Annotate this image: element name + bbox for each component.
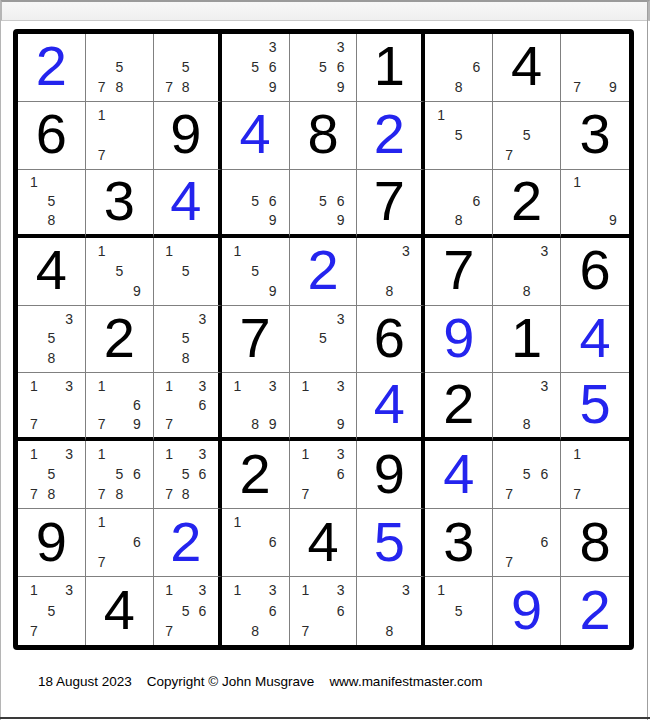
candidate-8: 8 [177,484,194,504]
footer: 18 August 2023 Copyright © John Musgrave… [38,674,482,689]
cell-r1c5[interactable]: 3569 [290,34,358,102]
candidate-8: 8 [518,281,536,301]
cell-r4c7[interactable]: 7 [425,238,493,306]
candidate-5: 5 [246,261,264,281]
cell-r9c6[interactable]: 38 [357,577,425,645]
cell-r5c8[interactable]: 1 [493,306,561,374]
candidate-6: 6 [332,464,350,484]
cell-r3c5[interactable]: 569 [290,170,358,238]
cell-r3c6[interactable]: 7 [357,170,425,238]
candidate-9: 9 [332,211,350,230]
cell-r5c2[interactable]: 2 [86,306,154,374]
candidate-5: 5 [450,600,468,620]
candidate-grid: 1389 [222,373,289,437]
cell-r5c4[interactable]: 7 [222,306,290,374]
candidate-grid: 35 [290,306,357,373]
candidate-1: 1 [25,376,43,395]
cell-r8c3[interactable]: 2 [154,509,222,577]
cell-r6c5[interactable]: 139 [290,373,358,441]
cell-r6c6[interactable]: 4 [357,373,425,441]
candidate-1: 1 [229,512,247,532]
candidate-3: 3 [264,37,282,57]
candidate-7: 7 [500,552,518,572]
candidate-7: 7 [568,484,586,504]
candidate-7: 7 [93,414,111,433]
cell-r3c9[interactable]: 19 [561,170,629,238]
cell-r2c1[interactable]: 6 [18,102,86,170]
cell-value: 4 [240,106,271,162]
candidate-1: 1 [25,173,43,192]
candidate-1: 1 [93,105,111,125]
cell-value: 2 [240,446,271,502]
cell-value: 4 [511,38,542,94]
cell-r2c7[interactable]: 15 [425,102,493,170]
candidate-6: 6 [332,57,350,77]
footer-website: www.manifestmaster.com [329,674,482,689]
cell-r5c5[interactable]: 35 [290,306,358,374]
window-bottom-edge [0,717,650,719]
cell-value: 4 [374,376,405,432]
cell-r4c6[interactable]: 38 [357,238,425,306]
candidate-1: 1 [161,241,178,261]
candidate-8: 8 [111,77,129,97]
candidate-5: 5 [43,192,61,211]
cell-r1c8[interactable]: 4 [493,34,561,102]
candidate-grid: 137 [18,373,85,437]
candidate-grid: 13567 [154,577,218,645]
candidate-grid: 358 [154,306,218,373]
cell-value: 9 [443,310,474,366]
cell-r9c3[interactable]: 13567 [154,577,222,645]
candidate-6: 6 [264,57,282,77]
cell-r5c7[interactable]: 9 [425,306,493,374]
candidate-grid: 567 [493,441,560,508]
cell-r6c4[interactable]: 1389 [222,373,290,441]
cell-value: 4 [307,514,338,570]
cell-r6c3[interactable]: 1367 [154,373,222,441]
candidate-grid: 1367 [154,373,218,437]
candidate-grid: 569 [222,170,289,234]
candidate-1: 1 [229,580,247,600]
cell-r8c4[interactable]: 16 [222,509,290,577]
candidate-7: 7 [161,621,178,641]
cell-r3c2[interactable]: 3 [86,170,154,238]
candidate-grid: 38 [493,373,560,437]
candidate-8: 8 [246,621,264,641]
candidate-1: 1 [297,444,315,464]
candidate-3: 3 [194,580,211,600]
candidate-6: 6 [468,192,486,211]
candidate-9: 9 [264,414,282,433]
cell-value: 3 [579,106,610,162]
candidate-8: 8 [111,484,129,504]
cell-r3c3[interactable]: 4 [154,170,222,238]
candidate-grid: 38 [357,577,421,645]
cell-r4c1[interactable]: 4 [18,238,86,306]
candidate-8: 8 [43,211,61,230]
candidate-7: 7 [25,414,43,433]
candidate-8: 8 [450,77,468,97]
candidate-grid: 67 [493,509,560,576]
candidate-1: 1 [229,376,247,395]
cell-value: 9 [374,446,405,502]
candidate-7: 7 [93,484,111,504]
candidate-1: 1 [25,444,43,464]
cell-r4c3[interactable]: 15 [154,238,222,306]
cell-r7c8[interactable]: 567 [493,441,561,509]
candidate-7: 7 [161,484,178,504]
candidate-1: 1 [93,376,111,395]
cell-r7c4[interactable]: 2 [222,441,290,509]
candidate-1: 1 [297,376,315,395]
cell-value: 4 [104,582,135,638]
candidate-6: 6 [264,600,282,620]
cell-r5c9[interactable]: 4 [561,306,629,374]
candidate-7: 7 [93,145,111,165]
candidate-3: 3 [194,444,211,464]
candidate-5: 5 [177,600,194,620]
candidate-grid: 578 [154,34,218,101]
cell-r3c1[interactable]: 158 [18,170,86,238]
cell-r7c1[interactable]: 13578 [18,441,86,509]
candidate-6: 6 [194,464,211,484]
candidate-5: 5 [177,261,194,281]
cell-value: 4 [36,242,67,298]
cell-r3c4[interactable]: 569 [222,170,290,238]
candidate-7: 7 [25,621,43,641]
candidate-grid: 38 [357,238,421,305]
candidate-grid: 15 [425,102,492,169]
cell-r2c2[interactable]: 17 [86,102,154,170]
cell-r2c8[interactable]: 57 [493,102,561,170]
candidate-3: 3 [264,580,282,600]
candidate-grid: 1357 [18,577,85,645]
candidate-5: 5 [518,125,536,145]
candidate-7: 7 [161,414,178,433]
sudoku-board: 2578578356935691684796179482155731583456… [13,29,634,650]
candidate-grid: 15 [425,577,492,645]
candidate-3: 3 [264,376,282,395]
candidate-7: 7 [93,552,111,572]
cell-r3c8[interactable]: 2 [493,170,561,238]
candidate-grid: 19 [561,170,629,234]
cell-r2c5[interactable]: 8 [290,102,358,170]
cell-r3c7[interactable]: 68 [425,170,493,238]
candidate-1: 1 [161,444,178,464]
candidate-1: 1 [568,173,586,192]
cell-value: 2 [511,173,542,229]
candidate-grid: 16 [222,509,289,576]
candidate-5: 5 [43,464,61,484]
cell-r7c9[interactable]: 17 [561,441,629,509]
candidate-3: 3 [398,580,415,600]
cell-r9c8[interactable]: 9 [493,577,561,645]
candidate-9: 9 [128,281,146,301]
footer-copyright: Copyright © John Musgrave [147,674,315,689]
candidate-5: 5 [111,57,129,77]
cell-r7c5[interactable]: 1367 [290,441,358,509]
footer-date: 18 August 2023 [38,674,132,689]
candidate-3: 3 [60,309,78,329]
candidate-8: 8 [381,621,398,641]
candidate-3: 3 [60,376,78,395]
candidate-3: 3 [60,580,78,600]
candidate-3: 3 [194,309,211,329]
candidate-6: 6 [194,395,211,414]
candidate-8: 8 [381,281,398,301]
candidate-3: 3 [332,37,350,57]
candidate-3: 3 [535,376,553,395]
cell-r5c3[interactable]: 358 [154,306,222,374]
cell-r9c1[interactable]: 1357 [18,577,86,645]
cell-r1c3[interactable]: 578 [154,34,222,102]
candidate-grid: 1367 [290,577,357,645]
cell-r4c9[interactable]: 6 [561,238,629,306]
candidate-9: 9 [604,211,622,230]
candidate-1: 1 [432,580,450,600]
cell-value: 7 [374,173,405,229]
cell-r2c6[interactable]: 2 [357,102,425,170]
candidate-3: 3 [398,241,415,261]
candidate-grid: 135678 [154,441,218,508]
cell-value: 2 [104,310,135,366]
candidate-1: 1 [568,444,586,464]
candidate-3: 3 [535,241,553,261]
cell-value: 1 [374,38,405,94]
cell-r6c2[interactable]: 1679 [86,373,154,441]
candidate-6: 6 [264,192,282,211]
candidate-5: 5 [43,600,61,620]
cell-r6c1[interactable]: 137 [18,373,86,441]
candidate-5: 5 [43,329,61,349]
cell-r4c8[interactable]: 38 [493,238,561,306]
candidate-1: 1 [25,580,43,600]
candidate-5: 5 [246,192,264,211]
cell-r8c8[interactable]: 67 [493,509,561,577]
cell-r2c4[interactable]: 4 [222,102,290,170]
candidate-grid: 158 [18,170,85,234]
cell-value: 4 [443,446,474,502]
candidate-9: 9 [604,77,622,97]
candidate-grid: 79 [561,34,629,101]
candidate-5: 5 [246,57,264,77]
cell-value: 8 [579,514,610,570]
cell-value: 2 [443,376,474,432]
candidate-6: 6 [535,532,553,552]
cell-r8c5[interactable]: 4 [290,509,358,577]
candidate-grid: 68 [425,34,492,101]
window-left-edge [0,0,1,720]
cell-value: 2 [307,242,338,298]
candidate-grid: 1368 [222,577,289,645]
cell-r2c3[interactable]: 9 [154,102,222,170]
cell-r6c8[interactable]: 38 [493,373,561,441]
cell-value: 3 [104,173,135,229]
candidate-3: 3 [60,444,78,464]
cell-r2c9[interactable]: 3 [561,102,629,170]
candidate-5: 5 [177,329,194,349]
candidate-1: 1 [161,376,178,395]
cell-r1c4[interactable]: 3569 [222,34,290,102]
candidate-grid: 38 [493,238,560,305]
candidate-7: 7 [297,484,315,504]
cell-value: 5 [374,514,405,570]
cell-value: 1 [511,310,542,366]
cell-r1c2[interactable]: 578 [86,34,154,102]
candidate-8: 8 [43,484,61,504]
candidate-7: 7 [93,77,111,97]
candidate-3: 3 [194,376,211,395]
candidate-7: 7 [25,484,43,504]
candidate-9: 9 [128,414,146,433]
candidate-3: 3 [332,580,350,600]
candidate-grid: 15678 [86,441,153,508]
candidate-5: 5 [314,192,332,211]
candidate-grid: 13578 [18,441,85,508]
candidate-grid: 1367 [290,441,357,508]
candidate-9: 9 [264,211,282,230]
candidate-8: 8 [518,414,536,433]
candidate-6: 6 [264,532,282,552]
candidate-9: 9 [332,77,350,97]
candidate-8: 8 [246,414,264,433]
cell-r8c2[interactable]: 167 [86,509,154,577]
candidate-6: 6 [128,532,146,552]
cell-r9c4[interactable]: 1368 [222,577,290,645]
candidate-7: 7 [568,77,586,97]
candidate-grid: 3569 [222,34,289,101]
cell-value: 9 [36,514,67,570]
candidate-1: 1 [297,580,315,600]
candidate-7: 7 [500,484,518,504]
candidate-7: 7 [500,145,518,165]
candidate-grid: 68 [425,170,492,234]
cell-r7c3[interactable]: 135678 [154,441,222,509]
candidate-9: 9 [264,281,282,301]
candidate-9: 9 [264,77,282,97]
cell-r9c7[interactable]: 15 [425,577,493,645]
cell-r1c9[interactable]: 79 [561,34,629,102]
candidate-3: 3 [332,309,350,329]
cell-r8c1[interactable]: 9 [18,509,86,577]
candidate-1: 1 [229,241,247,261]
candidate-5: 5 [111,261,129,281]
candidate-grid: 159 [86,238,153,305]
cell-r8c9[interactable]: 8 [561,509,629,577]
cell-r4c5[interactable]: 2 [290,238,358,306]
candidate-7: 7 [297,621,315,641]
cell-r7c6[interactable]: 9 [357,441,425,509]
candidate-5: 5 [314,57,332,77]
cell-r9c2[interactable]: 4 [86,577,154,645]
cell-r4c4[interactable]: 159 [222,238,290,306]
cell-r5c6[interactable]: 6 [357,306,425,374]
candidate-6: 6 [128,464,146,484]
cell-r7c7[interactable]: 4 [425,441,493,509]
cell-value: 2 [36,38,67,94]
window-right-edge [647,0,648,720]
candidate-5: 5 [177,57,194,77]
candidate-5: 5 [314,329,332,349]
cell-r1c6[interactable]: 1 [357,34,425,102]
candidate-8: 8 [177,348,194,368]
candidate-3: 3 [332,444,350,464]
cell-value: 6 [374,310,405,366]
cell-r8c7[interactable]: 3 [425,509,493,577]
cell-r9c5[interactable]: 1367 [290,577,358,645]
cell-r8c6[interactable]: 5 [357,509,425,577]
candidate-1: 1 [93,444,111,464]
cell-value: 9 [170,106,201,162]
candidate-6: 6 [194,600,211,620]
candidate-6: 6 [128,395,146,414]
candidate-8: 8 [450,211,468,230]
candidate-grid: 139 [290,373,357,437]
candidate-9: 9 [332,414,350,433]
candidate-1: 1 [161,580,178,600]
cell-value: 6 [36,106,67,162]
candidate-6: 6 [332,192,350,211]
cell-r7c2[interactable]: 15678 [86,441,154,509]
candidate-5: 5 [111,464,129,484]
cell-r9c9[interactable]: 2 [561,577,629,645]
candidate-grid: 358 [18,306,85,373]
candidate-3: 3 [332,376,350,395]
candidate-grid: 159 [222,238,289,305]
candidate-grid: 569 [290,170,357,234]
candidate-5: 5 [518,464,536,484]
cell-r1c7[interactable]: 68 [425,34,493,102]
cell-value: 3 [443,514,474,570]
candidate-8: 8 [43,348,61,368]
cell-r4c2[interactable]: 159 [86,238,154,306]
candidate-6: 6 [468,57,486,77]
window-top-strip [0,0,650,21]
candidate-grid: 17 [86,102,153,169]
cell-value: 2 [374,106,405,162]
cell-value: 8 [307,106,338,162]
cell-value: 7 [240,310,271,366]
candidate-grid: 578 [86,34,153,101]
cell-value: 4 [579,310,610,366]
cell-r6c7[interactable]: 2 [425,373,493,441]
cell-value: 5 [579,376,610,432]
candidate-grid: 167 [86,509,153,576]
cell-r1c1[interactable]: 2 [18,34,86,102]
candidate-grid: 1679 [86,373,153,437]
cell-value: 7 [443,242,474,298]
candidate-grid: 17 [561,441,629,508]
cell-value: 4 [170,173,201,229]
candidate-grid: 15 [154,238,218,305]
candidate-5: 5 [450,125,468,145]
candidate-1: 1 [93,512,111,532]
cell-value: 2 [170,514,201,570]
cell-r6c9[interactable]: 5 [561,373,629,441]
candidate-1: 1 [93,241,111,261]
cell-value: 9 [511,582,542,638]
cell-r5c1[interactable]: 358 [18,306,86,374]
candidate-grid: 3569 [290,34,357,101]
cell-value: 6 [579,242,610,298]
candidate-6: 6 [332,600,350,620]
candidate-6: 6 [535,464,553,484]
candidate-5: 5 [177,464,194,484]
candidate-1: 1 [432,105,450,125]
candidate-grid: 57 [493,102,560,169]
cell-value: 2 [579,582,610,638]
candidate-8: 8 [177,77,194,97]
